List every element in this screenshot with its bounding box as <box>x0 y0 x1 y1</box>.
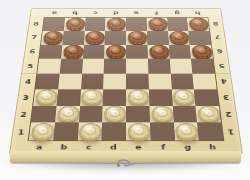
square-h7[interactable] <box>188 31 211 45</box>
rank-label: 6 <box>212 44 228 58</box>
checker-dark-b8[interactable] <box>65 18 85 30</box>
checker-light-d2[interactable] <box>104 106 126 122</box>
square-e5[interactable] <box>126 59 148 74</box>
square-b4[interactable] <box>58 74 82 90</box>
checker-dark-f8[interactable] <box>148 18 168 30</box>
checker-light-h2[interactable] <box>197 106 221 122</box>
square-a3[interactable] <box>33 89 58 105</box>
checker-dark-d8[interactable] <box>107 18 126 30</box>
checker-dark-h8[interactable] <box>189 18 210 30</box>
square-d1[interactable] <box>102 123 126 141</box>
square-f6[interactable] <box>147 44 169 58</box>
square-e8[interactable] <box>126 18 147 31</box>
file-label: e <box>126 9 147 17</box>
square-c7[interactable] <box>83 31 105 45</box>
latch-hook-icon <box>114 153 138 163</box>
rank-label: 1 <box>222 123 240 141</box>
square-h6[interactable] <box>190 44 213 58</box>
square-c5[interactable] <box>82 59 105 74</box>
square-e2[interactable] <box>126 106 150 123</box>
square-b3[interactable] <box>56 89 80 105</box>
checker-dark-a7[interactable] <box>43 31 64 44</box>
square-d3[interactable] <box>103 89 126 105</box>
checkers-board: abcdefgh abcdefgh 87654321 87654321 <box>9 8 243 154</box>
checkers-set-photo: abcdefgh abcdefgh 87654321 87654321 <box>0 0 250 180</box>
square-f1[interactable] <box>150 123 175 141</box>
checker-light-a3[interactable] <box>35 89 58 104</box>
square-f4[interactable] <box>148 74 171 90</box>
square-a7[interactable] <box>41 31 64 45</box>
square-g4[interactable] <box>170 74 194 90</box>
square-h4[interactable] <box>193 74 217 90</box>
checker-dark-c7[interactable] <box>85 31 105 44</box>
square-a4[interactable] <box>35 74 59 90</box>
checker-dark-g7[interactable] <box>169 31 190 44</box>
square-c1[interactable] <box>77 123 102 141</box>
square-d6[interactable] <box>104 44 126 58</box>
rank-label: 4 <box>216 74 233 90</box>
checker-light-e3[interactable] <box>128 89 150 104</box>
square-d8[interactable] <box>105 18 126 31</box>
square-d7[interactable] <box>105 31 126 45</box>
rank-label: 5 <box>214 59 230 74</box>
rank-label: 8 <box>208 17 223 30</box>
square-f2[interactable] <box>149 106 173 123</box>
rank-label: 2 <box>220 106 238 123</box>
checker-light-e1[interactable] <box>128 123 151 140</box>
rank-label: 7 <box>210 30 226 44</box>
square-g1[interactable] <box>173 123 198 141</box>
square-a1[interactable] <box>29 123 55 141</box>
square-g2[interactable] <box>172 106 197 123</box>
square-c4[interactable] <box>81 74 104 90</box>
checker-dark-f6[interactable] <box>149 45 170 58</box>
square-f8[interactable] <box>146 18 167 31</box>
file-label: c <box>85 9 106 17</box>
square-h3[interactable] <box>194 89 219 105</box>
checker-light-c3[interactable] <box>81 89 103 104</box>
checker-dark-b6[interactable] <box>63 45 84 58</box>
square-b8[interactable] <box>64 18 86 31</box>
square-f5[interactable] <box>148 59 171 74</box>
square-f3[interactable] <box>149 89 173 105</box>
square-b2[interactable] <box>55 106 80 123</box>
square-g7[interactable] <box>168 31 190 45</box>
square-g8[interactable] <box>167 18 189 31</box>
square-h8[interactable] <box>187 18 209 31</box>
rank-label: 3 <box>218 89 235 105</box>
board-grid <box>28 17 225 141</box>
square-d2[interactable] <box>102 106 126 123</box>
checker-dark-h6[interactable] <box>191 45 212 58</box>
square-b6[interactable] <box>61 44 84 58</box>
square-a8[interactable] <box>43 18 65 31</box>
square-b7[interactable] <box>62 31 84 45</box>
file-label: d <box>105 9 126 17</box>
file-label: h <box>187 9 208 17</box>
square-g6[interactable] <box>169 44 192 58</box>
file-label: g <box>167 9 188 17</box>
checker-light-b2[interactable] <box>57 106 80 122</box>
square-e6[interactable] <box>126 44 148 58</box>
checker-light-g1[interactable] <box>175 123 199 140</box>
square-d4[interactable] <box>103 74 126 90</box>
checker-light-g3[interactable] <box>173 89 196 104</box>
file-label: b <box>64 9 85 17</box>
checker-dark-e7[interactable] <box>128 31 148 44</box>
checker-dark-d6[interactable] <box>106 45 126 58</box>
file-labels-top: abcdefgh <box>44 9 209 17</box>
square-d5[interactable] <box>104 59 126 74</box>
square-b5[interactable] <box>59 59 82 74</box>
square-g3[interactable] <box>171 89 195 105</box>
square-b1[interactable] <box>53 123 78 141</box>
square-e1[interactable] <box>126 123 150 141</box>
square-e4[interactable] <box>126 74 149 90</box>
file-label: f <box>146 9 167 17</box>
square-e3[interactable] <box>126 89 149 105</box>
square-e7[interactable] <box>126 31 147 45</box>
square-h5[interactable] <box>191 59 215 74</box>
square-a5[interactable] <box>37 59 61 74</box>
file-label: a <box>44 9 65 17</box>
square-c8[interactable] <box>84 18 105 31</box>
square-g5[interactable] <box>169 59 192 74</box>
checker-light-c1[interactable] <box>79 123 102 140</box>
square-c2[interactable] <box>79 106 103 123</box>
checker-light-a1[interactable] <box>31 123 55 140</box>
square-f7[interactable] <box>147 31 169 45</box>
checker-light-f2[interactable] <box>151 106 174 122</box>
square-a2[interactable] <box>31 106 56 123</box>
square-h2[interactable] <box>196 106 221 123</box>
square-c3[interactable] <box>80 89 104 105</box>
square-h1[interactable] <box>197 123 223 141</box>
square-c6[interactable] <box>83 44 105 58</box>
square-a6[interactable] <box>39 44 62 58</box>
